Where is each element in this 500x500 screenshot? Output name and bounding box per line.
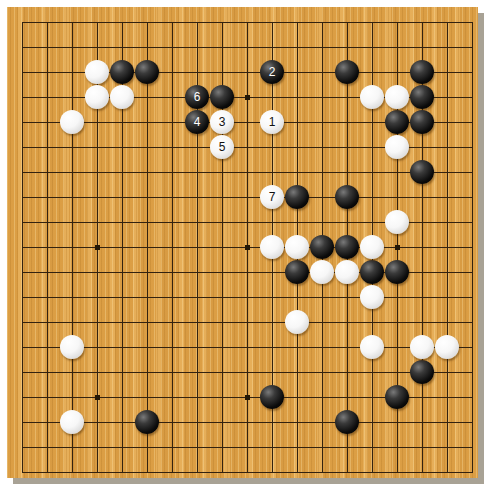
- black-stone: [410, 85, 434, 109]
- white-stone: [85, 85, 109, 109]
- white-stone: [360, 235, 384, 259]
- white-stone: [360, 335, 384, 359]
- black-stone: [285, 260, 309, 284]
- white-stone: [260, 235, 284, 259]
- move-number: 4: [194, 116, 201, 128]
- grid-line: [22, 372, 473, 373]
- star-point: [245, 245, 250, 250]
- white-stone: [385, 135, 409, 159]
- black-stone: [135, 60, 159, 84]
- white-stone: [310, 260, 334, 284]
- move-number: 6: [194, 91, 201, 103]
- white-stone: [385, 210, 409, 234]
- white-stone: 1: [260, 110, 284, 134]
- grid-line: [22, 447, 473, 448]
- black-stone: [385, 385, 409, 409]
- white-stone: [60, 110, 84, 134]
- black-stone: 4: [185, 110, 209, 134]
- black-stone: [360, 260, 384, 284]
- star-point: [245, 395, 250, 400]
- white-stone: [385, 85, 409, 109]
- star-point: [95, 395, 100, 400]
- black-stone: [335, 185, 359, 209]
- go-board[interactable]: 2643157: [7, 7, 478, 478]
- move-number: 7: [269, 191, 276, 203]
- white-stone: [335, 260, 359, 284]
- white-stone: [410, 335, 434, 359]
- star-point: [245, 95, 250, 100]
- white-stone: [85, 60, 109, 84]
- black-stone: [335, 410, 359, 434]
- black-stone: [385, 260, 409, 284]
- move-number: 3: [219, 116, 226, 128]
- grid-line: [22, 422, 473, 423]
- white-stone: [360, 285, 384, 309]
- white-stone: [60, 410, 84, 434]
- star-point: [395, 245, 400, 250]
- black-stone: 6: [185, 85, 209, 109]
- grid-line: [22, 472, 473, 473]
- black-stone: [335, 60, 359, 84]
- black-stone: [310, 235, 334, 259]
- black-stone: [285, 185, 309, 209]
- grid-line: [22, 297, 473, 298]
- grid-line: [22, 347, 473, 348]
- grid-line: [22, 322, 473, 323]
- white-stone: [435, 335, 459, 359]
- white-stone: [110, 85, 134, 109]
- move-number: 5: [219, 141, 226, 153]
- black-stone: [385, 110, 409, 134]
- white-stone: [285, 235, 309, 259]
- white-stone: 3: [210, 110, 234, 134]
- white-stone: [360, 85, 384, 109]
- white-stone: [60, 335, 84, 359]
- black-stone: [410, 360, 434, 384]
- white-stone: 5: [210, 135, 234, 159]
- white-stone: [285, 310, 309, 334]
- move-number: 2: [269, 66, 276, 78]
- black-stone: [135, 410, 159, 434]
- black-stone: [410, 60, 434, 84]
- black-stone: [410, 160, 434, 184]
- grid-line: [447, 22, 448, 473]
- page: 2643157: [0, 0, 500, 500]
- grid-line: [472, 22, 473, 473]
- black-stone: [410, 110, 434, 134]
- black-stone: [260, 385, 284, 409]
- black-stone: [335, 235, 359, 259]
- black-stone: 2: [260, 60, 284, 84]
- star-point: [95, 245, 100, 250]
- black-stone: [210, 85, 234, 109]
- white-stone: 7: [260, 185, 284, 209]
- black-stone: [110, 60, 134, 84]
- move-number: 1: [269, 116, 276, 128]
